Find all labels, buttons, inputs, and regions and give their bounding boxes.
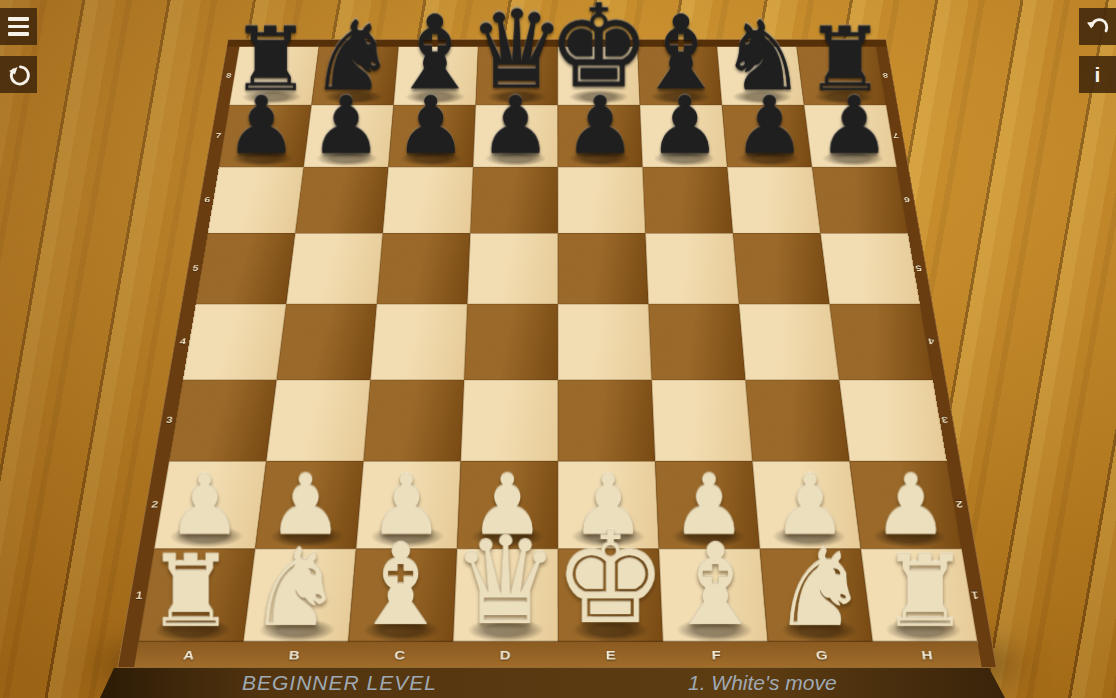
square-c6[interactable] <box>383 167 473 233</box>
square-b5[interactable] <box>286 233 383 304</box>
square-b7[interactable]: ♟ <box>304 105 394 167</box>
square-f7[interactable]: ♟ <box>640 105 727 167</box>
turn-indicator: 1. White's move <box>688 671 837 695</box>
info-icon: i <box>1095 64 1101 85</box>
reset-rotation-button[interactable] <box>0 56 37 93</box>
file-label-g: G <box>768 647 875 661</box>
square-c1[interactable]: ♝ <box>348 549 457 644</box>
square-b6[interactable] <box>295 167 388 233</box>
square-g6[interactable] <box>727 167 820 233</box>
file-label-e: E <box>558 647 664 661</box>
square-f4[interactable] <box>648 304 745 380</box>
piece-white-bishop[interactable]: ♝ <box>350 529 451 642</box>
square-e5[interactable] <box>558 233 649 304</box>
menu-button[interactable] <box>0 8 37 45</box>
piece-black-pawn[interactable]: ♟ <box>226 86 298 166</box>
piece-white-king[interactable]: ♚ <box>554 515 668 642</box>
piece-black-pawn[interactable]: ♟ <box>818 86 890 166</box>
square-d6[interactable] <box>470 167 558 233</box>
square-h5[interactable] <box>820 233 920 304</box>
square-c7[interactable]: ♟ <box>388 105 475 167</box>
square-a6[interactable] <box>208 167 304 233</box>
square-f3[interactable] <box>652 380 753 461</box>
square-h7[interactable]: ♟ <box>804 105 897 167</box>
square-b4[interactable] <box>277 304 377 380</box>
square-e6[interactable] <box>558 167 646 233</box>
file-label-h: H <box>873 647 981 661</box>
hamburger-menu-icon <box>8 17 29 35</box>
file-label-b: B <box>241 647 348 661</box>
square-g3[interactable] <box>745 380 849 461</box>
square-c4[interactable] <box>370 304 467 380</box>
square-a1[interactable]: ♜ <box>138 549 255 644</box>
square-h3[interactable] <box>839 380 947 461</box>
piece-white-rook[interactable]: ♜ <box>147 543 236 642</box>
piece-white-bishop[interactable]: ♝ <box>665 529 766 642</box>
piece-white-queen[interactable]: ♛ <box>451 521 559 642</box>
square-h4[interactable] <box>829 304 932 380</box>
square-e1[interactable]: ♚ <box>558 549 663 644</box>
piece-white-rook[interactable]: ♜ <box>881 543 970 642</box>
square-g4[interactable] <box>739 304 839 380</box>
info-button[interactable]: i <box>1079 56 1116 93</box>
square-h6[interactable] <box>812 167 908 233</box>
piece-black-pawn[interactable]: ♟ <box>395 86 467 166</box>
piece-white-knight[interactable]: ♞ <box>248 535 344 642</box>
square-e7[interactable]: ♟ <box>558 105 643 167</box>
undo-arrow-icon <box>1085 14 1111 40</box>
piece-black-pawn[interactable]: ♟ <box>649 86 721 166</box>
square-h1[interactable]: ♜ <box>861 549 978 644</box>
file-label-a: A <box>135 647 243 661</box>
square-a3[interactable] <box>169 380 277 461</box>
undo-button[interactable] <box>1079 8 1116 45</box>
piece-white-knight[interactable]: ♞ <box>772 535 868 642</box>
square-g7[interactable]: ♟ <box>722 105 812 167</box>
chess-app-screen: i ♜♞♝♛♚♝♞♜♟♟♟♟♟♟♟♟♟♟♟♟♟♟♟♟♜♞♝♛♚♝♞♜ 87654… <box>0 0 1116 698</box>
square-e4[interactable] <box>558 304 652 380</box>
square-a7[interactable]: ♟ <box>219 105 312 167</box>
level-label: BEGINNER LEVEL <box>242 671 437 695</box>
square-d3[interactable] <box>461 380 558 461</box>
board-grid: ♜♞♝♛♚♝♞♜♟♟♟♟♟♟♟♟♟♟♟♟♟♟♟♟♜♞♝♛♚♝♞♜ <box>138 47 978 644</box>
square-d1[interactable]: ♛ <box>453 549 558 644</box>
square-d7[interactable]: ♟ <box>473 105 558 167</box>
square-g5[interactable] <box>733 233 830 304</box>
piece-black-pawn[interactable]: ♟ <box>480 86 552 166</box>
file-label-c: C <box>347 647 453 661</box>
piece-black-pawn[interactable]: ♟ <box>734 86 806 166</box>
file-label-f: F <box>663 647 769 661</box>
square-f6[interactable] <box>643 167 733 233</box>
square-d4[interactable] <box>464 304 558 380</box>
square-e3[interactable] <box>558 380 655 461</box>
piece-black-pawn[interactable]: ♟ <box>310 86 382 166</box>
square-b1[interactable]: ♞ <box>243 549 356 644</box>
square-c3[interactable] <box>363 380 464 461</box>
board-perspective-wrapper: ♜♞♝♛♚♝♞♜♟♟♟♟♟♟♟♟♟♟♟♟♟♟♟♟♜♞♝♛♚♝♞♜ 8765432… <box>117 0 997 668</box>
square-g1[interactable]: ♞ <box>760 549 873 644</box>
file-labels: ABCDEFGH <box>134 642 982 667</box>
file-label-d: D <box>452 647 558 661</box>
status-bar: BEGINNER LEVEL 1. White's move <box>100 668 1005 698</box>
square-b3[interactable] <box>266 380 370 461</box>
chess-board: ♜♞♝♛♚♝♞♜♟♟♟♟♟♟♟♟♟♟♟♟♟♟♟♟♜♞♝♛♚♝♞♜ 8765432… <box>117 39 997 668</box>
square-f1[interactable]: ♝ <box>659 549 768 644</box>
square-d5[interactable] <box>467 233 558 304</box>
square-c5[interactable] <box>377 233 471 304</box>
square-a5[interactable] <box>196 233 296 304</box>
square-f5[interactable] <box>645 233 739 304</box>
square-a4[interactable] <box>183 304 286 380</box>
rotate-counterclockwise-icon <box>6 62 32 88</box>
piece-black-pawn[interactable]: ♟ <box>564 86 636 166</box>
